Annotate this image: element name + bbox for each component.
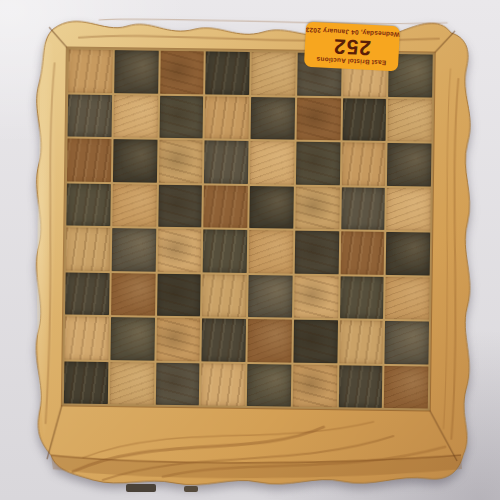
square-b2 (110, 317, 154, 360)
auction-photo: East Bristol Auctions 252 Wednesday, 04 … (0, 0, 500, 500)
square-f6 (296, 142, 340, 185)
square-b3 (111, 273, 155, 316)
square-e2 (247, 319, 291, 362)
square-h5 (387, 187, 431, 230)
square-f1 (293, 364, 337, 407)
square-a8 (68, 49, 112, 92)
square-c6 (158, 140, 202, 183)
square-a3 (65, 272, 109, 315)
square-g7 (342, 98, 386, 141)
square-d5 (204, 185, 248, 228)
square-f4 (294, 231, 338, 274)
square-b7 (113, 95, 157, 138)
square-b5 (112, 184, 156, 227)
auction-sticker: East Bristol Auctions 252 Wednesday, 04 … (304, 22, 400, 72)
square-g5 (341, 187, 385, 230)
square-c2 (156, 318, 200, 361)
square-e7 (251, 97, 295, 140)
square-b6 (113, 139, 157, 182)
square-h4 (386, 232, 430, 275)
square-e3 (248, 275, 292, 318)
square-e6 (250, 141, 294, 184)
square-b1 (110, 362, 154, 405)
square-c4 (157, 229, 201, 272)
square-h3 (385, 276, 429, 319)
board-foot-gap (184, 486, 198, 492)
chess-board (13, 3, 484, 495)
square-b8 (114, 50, 158, 93)
square-e5 (249, 186, 293, 229)
square-c1 (155, 362, 199, 405)
square-a6 (67, 138, 111, 181)
square-a5 (66, 183, 110, 226)
square-h2 (385, 321, 429, 364)
square-d6 (204, 140, 248, 183)
square-f7 (296, 97, 340, 140)
square-h1 (384, 365, 428, 408)
square-c5 (158, 184, 202, 227)
square-h7 (388, 98, 432, 141)
square-f5 (295, 186, 339, 229)
sticker-lot-number: 252 (332, 35, 371, 59)
square-b4 (111, 228, 155, 271)
square-c7 (159, 95, 203, 138)
square-d8 (205, 51, 249, 94)
square-g1 (338, 365, 382, 408)
square-d2 (202, 318, 246, 361)
square-a7 (68, 94, 112, 137)
square-c8 (160, 51, 204, 94)
square-c3 (157, 273, 201, 316)
board-grid (62, 47, 435, 410)
square-h6 (387, 143, 431, 186)
square-d4 (203, 229, 247, 272)
square-d7 (205, 96, 249, 139)
square-e1 (247, 364, 291, 407)
board-foot-gap (126, 484, 156, 492)
square-a1 (64, 361, 108, 404)
square-d1 (201, 363, 245, 406)
square-d3 (202, 274, 246, 317)
square-f2 (293, 320, 337, 363)
square-f3 (294, 275, 338, 318)
square-g4 (340, 231, 384, 274)
square-g6 (341, 142, 385, 185)
square-g3 (340, 276, 384, 319)
square-a2 (64, 316, 108, 359)
square-g2 (339, 320, 383, 363)
square-a4 (66, 227, 110, 270)
square-e4 (249, 230, 293, 273)
square-e8 (251, 52, 295, 95)
